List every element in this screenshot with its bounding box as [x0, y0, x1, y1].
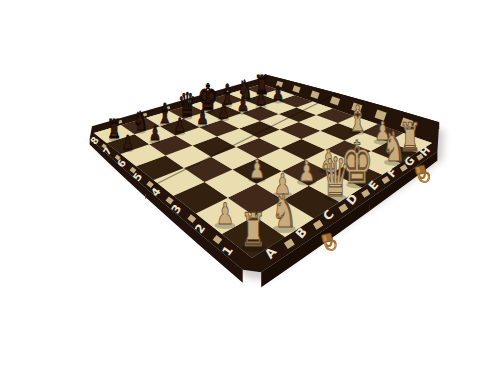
chess-board: ABCDEFGH12345678♜♞♟♝♟♚♟♛♟♝♟♝♞♟♟♜♟♜♟♞♟♟♟♚… [0, 0, 500, 375]
piece-black-pawn-f7[interactable]: ♟ [237, 93, 249, 116]
piece-black-rook-a8[interactable]: ♜ [107, 114, 121, 144]
piece-black-pawn-g7[interactable]: ♟ [255, 87, 267, 110]
piece-white-rook-a1[interactable]: ♜ [240, 203, 266, 257]
piece-white-knight-b1[interactable]: ♞ [271, 184, 297, 238]
piece-white-pawn-d2[interactable]: ♟ [298, 155, 315, 188]
piece-black-pawn-b7[interactable]: ♟ [149, 121, 161, 144]
piece-black-pawn-c7[interactable]: ♟ [174, 113, 186, 136]
piece-black-pawn-h7[interactable]: ♟ [272, 81, 284, 104]
chess-set-photo: ABCDEFGH12345678♜♞♟♝♟♚♟♛♟♝♟♝♞♟♟♜♟♜♟♞♟♟♟♚… [0, 0, 500, 375]
piece-black-knight-b8[interactable]: ♞ [133, 106, 148, 136]
piece-black-pawn-e7[interactable]: ♟ [217, 99, 229, 122]
piece-white-queen-d1[interactable]: ♛ [320, 146, 350, 210]
piece-black-pawn-a7[interactable]: ♟ [122, 131, 134, 153]
piece-black-pawn-d7[interactable]: ♟ [196, 106, 208, 129]
piece-white-pawn-a2[interactable]: ♟ [216, 196, 234, 231]
piece-white-pawn-c3[interactable]: ♟ [249, 154, 265, 184]
piece-white-knight-g1[interactable]: ♞ [382, 122, 405, 170]
